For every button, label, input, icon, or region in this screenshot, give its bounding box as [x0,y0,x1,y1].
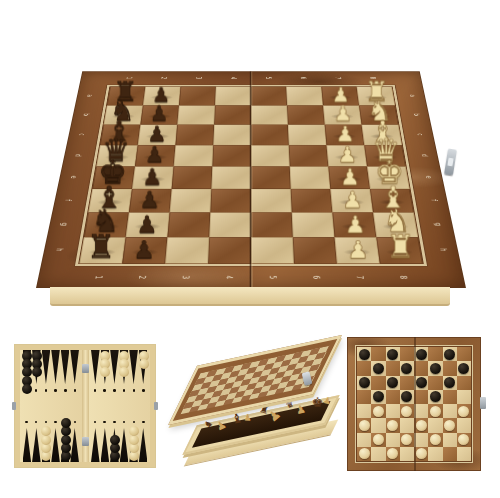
hinge-icon [82,437,89,446]
backgammon-checker-light [129,435,139,445]
checkers-square [400,404,414,418]
backgammon-point-triangle [91,428,100,462]
backgammon-point-triangle [91,350,100,384]
chess-piece-dark-p: ♟ [129,189,170,212]
coordinate-label: e [424,176,432,179]
coordinate-label: h [55,248,64,251]
checker-black [373,363,384,374]
checkers-square [443,404,457,418]
chess-square [290,166,331,188]
checkers-square [443,433,457,447]
chess-square [251,87,287,106]
checker-light [444,420,455,431]
checker-light [401,434,412,445]
chess-board: ♜♟♟♜♞♟♟♞♝♟♟♝♛♟♟♛♚♟♟♚♝♟♟♝♞♟♟♞♜♟♟♜ 11aa22b… [36,71,466,288]
coordinate-label: c [416,133,424,135]
backgammon-point-triangle [51,428,60,462]
backgammon-point-triangle [70,428,79,462]
checkers-square [414,404,428,418]
chess-square: ♟ [332,212,376,237]
stored-chess-piece: ♟ [322,396,332,407]
checkers-square [400,390,414,404]
checkers-square [371,376,385,390]
checkers-square [400,347,414,361]
checkers-square [443,447,457,461]
chess-square [215,87,251,106]
checkers-square [443,347,457,361]
checkers-square [457,376,471,390]
coordinate-label: 6 [312,275,321,278]
coordinate-label: f [64,199,72,201]
checkers-square [357,447,371,461]
checkers-square [443,390,457,404]
checker-light [359,420,370,431]
checker-black [359,377,370,388]
hinge-icon [82,364,89,373]
backgammon-point-triangle [32,428,41,462]
checkers-square [428,390,442,404]
checkers-square [371,418,385,432]
checker-black [416,377,427,388]
chess-square [288,125,327,145]
backgammon-point-triangle [70,350,79,384]
checker-black [444,377,455,388]
checker-black [387,349,398,360]
peg-holes [94,421,146,424]
chess-square: ♟ [129,189,172,213]
checkers-square [414,433,428,447]
coordinate-label: e [70,176,78,179]
chess-square: ♟ [122,237,167,263]
checker-light [373,434,384,445]
chess-square [167,212,210,237]
checkers-square [428,404,442,418]
chess-square [209,212,251,237]
checkers-square [428,433,442,447]
checkers-square [414,418,428,432]
coordinate-label: 1 [94,275,103,278]
backgammon-point-triangle [51,350,60,384]
checkers-square [457,433,471,447]
checkers-square [371,390,385,404]
chess-piece-dark-p: ♟ [126,213,168,237]
coordinate-label: 2 [160,77,167,79]
checkers-square [357,347,371,361]
chess-square [177,105,215,124]
coordinate-label: a [409,95,416,97]
backgammon-checker-black [61,435,71,445]
coordinate-label: g [433,223,442,226]
coordinate-label: d [420,154,428,157]
checkers-square [400,361,414,375]
coordinate-label: 6 [300,77,307,79]
checkers-square [357,433,371,447]
chess-square [213,125,251,145]
checkers-square [357,390,371,404]
stored-chess-piece: ♞ [203,418,215,430]
backgammon-checker-black [110,435,120,445]
checkers-square [428,361,442,375]
stored-chess-piece: ♟ [244,413,252,422]
checkers-square [457,418,471,432]
checkers-square [414,390,428,404]
coordinate-label: 5 [265,77,272,79]
chess-square [170,189,212,213]
checkers-square [443,418,457,432]
coordinate-label: 5 [268,275,276,278]
chess-square [292,212,335,237]
checkers-fold-seam [414,337,416,471]
chess-square: ♟ [126,212,170,237]
chess-square [293,237,337,263]
backgammon-point-triangle [139,428,148,462]
checkers-square [386,433,400,447]
chess-square: ♜ [79,237,125,263]
checkers-square [386,361,400,375]
checkers-square [371,447,385,461]
backgammon-left-half [20,350,82,462]
checkers-square [414,447,428,461]
chess-square [175,125,214,145]
chess-square [174,145,214,166]
checkers-square [386,390,400,404]
checkers-square [457,347,471,361]
coordinate-label: c [78,133,86,135]
checkers-square [386,347,400,361]
checkers-square [457,361,471,375]
checker-black [373,391,384,402]
checker-black [430,391,441,402]
coordinate-label: g [60,223,69,226]
backgammon-point-triangle [110,350,119,384]
checker-light [416,448,427,459]
thumbnail-folded-box: ♞♟♝♟♜♟♛♟♚♟ [175,332,337,484]
checkers-clasp-icon [480,397,486,409]
chess-piece-dark-p: ♟ [123,238,166,262]
chess-square [251,105,288,124]
backgammon-checker-black [32,367,42,377]
stored-chess-piece: ♟ [266,407,283,424]
checker-light [458,434,469,445]
checkers-square [443,361,457,375]
backgammon-checker-light [41,435,51,445]
checkers-square [443,376,457,390]
peg-holes [25,389,77,392]
coordinate-label: 4 [225,275,233,278]
checker-light [401,406,412,417]
checkers-square [357,404,371,418]
peg-holes [94,389,146,392]
chess-piece-light-p: ♟ [328,144,367,166]
thumbnail-backgammon [15,345,155,467]
chess-square [291,189,333,213]
latch-icon [12,402,16,410]
checkers-square [414,347,428,361]
chess-square: ♜ [376,237,422,263]
chess-piece-light-p: ♟ [330,166,370,188]
backgammon-right-half [89,350,151,462]
checkers-square [386,376,400,390]
backgammon-point-triangle [42,350,51,384]
checkers-square [386,418,400,432]
chess-piece-dark-r: ♜ [80,231,123,263]
backgammon-checker-light [139,359,149,369]
backgammon-point-triangle [129,350,138,384]
checkers-square [386,404,400,418]
checker-light [373,406,384,417]
stored-chess-piece: ♝ [230,411,244,426]
main-chessboard-photo: ♜♟♟♜♞♟♟♞♝♟♟♝♛♟♟♛♚♟♟♚♝♟♟♝♞♟♟♞♜♟♟♜ 11aa22b… [34,0,466,306]
chess-piece-light-p: ♟ [337,238,380,262]
checkers-square [428,447,442,461]
checkers-square [400,433,414,447]
stored-chess-piece: ♟ [214,419,228,433]
checker-black [430,363,441,374]
coordinate-label: b [412,113,420,115]
chess-square: ♟ [330,189,373,213]
checkers-square [457,447,471,461]
stored-chess-piece: ♟ [295,404,307,417]
checkers-square [428,376,442,390]
chess-square [251,212,293,237]
checker-black [444,349,455,360]
checkers-square [400,376,414,390]
chess-square [210,189,251,213]
checker-light [387,420,398,431]
backgammon-point-triangle [120,428,129,462]
chess-square [287,105,325,124]
chess-square [251,237,294,263]
coordinate-label: 4 [230,77,237,79]
board-front-edge [50,287,450,306]
backgammon-checker-black [22,384,32,394]
chess-square [251,189,292,213]
chess-piece-dark-p: ♟ [135,144,174,166]
chess-square [172,166,213,188]
coordinate-label: h [438,248,447,251]
chess-square: ♟ [328,166,370,188]
backgammon-center-seam [82,350,89,462]
checkers-square [357,361,371,375]
coordinate-label: 8 [399,275,408,278]
checkers-square [428,347,442,361]
checkers-square [400,418,414,432]
coordinate-label: 7 [334,77,341,79]
checkers-square [400,447,414,461]
latch-icon [154,402,158,410]
checkers-square [386,447,400,461]
checker-black [401,363,412,374]
chess-square [211,166,251,188]
checkers-squares [357,347,471,461]
chess-square [214,105,251,124]
coordinate-label: d [74,154,82,157]
thumbnail-checkers [347,337,481,471]
checker-light [416,420,427,431]
checker-light [430,406,441,417]
chess-piece-light-p: ♟ [332,189,373,212]
checkers-square [414,361,428,375]
backgammon-point-triangle [101,428,110,462]
chess-piece-light-p: ♟ [334,213,376,237]
coordinate-label: 3 [181,275,190,278]
backgammon-checker-black [61,418,71,428]
coordinate-label: f [430,199,438,201]
backgammon-point-triangle [23,428,32,462]
checker-light [458,406,469,417]
checker-black [416,349,427,360]
chess-square [289,145,329,166]
coordinate-label: b [82,113,90,115]
checker-black [458,363,469,374]
chess-square [165,237,209,263]
chess-square: ♟ [335,237,380,263]
chess-piece-light-r: ♜ [379,231,422,263]
chess-piece-dark-p: ♟ [132,166,172,188]
coordinate-label: a [86,95,93,97]
coordinate-label: 2 [138,275,147,278]
chess-square [251,125,289,145]
chess-square [251,145,290,166]
chess-square [179,87,216,106]
checkers-square [371,347,385,361]
chess-square [286,87,323,106]
chess-square [212,145,251,166]
checker-light [430,434,441,445]
product-photo: ♜♟♟♜♞♟♟♞♝♟♟♝♛♟♟♛♚♟♟♚♝♟♟♝♞♟♟♞♜♟♟♜ 11aa22b… [0,0,500,498]
coordinate-label: 3 [195,77,202,79]
chess-square: ♟ [132,166,174,188]
checker-light [359,448,370,459]
checkers-square [357,376,371,390]
checkers-square [371,404,385,418]
checker-light [387,448,398,459]
chess-square [251,166,291,188]
checker-black [387,377,398,388]
checkers-square [428,418,442,432]
chess-square [208,237,251,263]
checkers-square [457,390,471,404]
coordinate-label: 7 [355,275,364,278]
checker-black [401,391,412,402]
checker-black [359,349,370,360]
checkers-square [371,433,385,447]
checkers-square [457,404,471,418]
checkers-square [371,361,385,375]
checkers-square [357,418,371,432]
checkers-square [414,376,428,390]
backgammon-point-triangle [61,350,70,384]
